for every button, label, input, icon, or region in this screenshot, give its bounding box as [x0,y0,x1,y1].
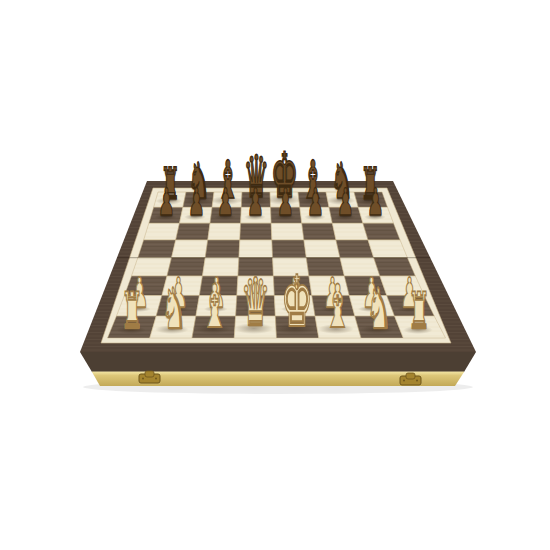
square-h8 [354,192,387,207]
square-a7 [149,207,183,223]
square-c6 [208,223,241,240]
square-b1 [150,316,196,338]
square-g3 [344,276,386,295]
square-f3 [309,276,349,295]
square-b5 [172,240,208,258]
square-a4 [131,258,171,276]
chess-set-photo: ♜♞♝♛♚♝♞♜♟♟♟♟♟♟♟♟♟♟♟♟♟♟♟♟♜♞♝♛♚♝♞♜ [0,0,550,550]
square-a6 [144,223,180,240]
square-c5 [205,240,240,258]
square-b6 [176,223,210,240]
square-e6 [271,223,304,240]
square-g8 [326,192,358,207]
square-e4 [273,258,309,276]
square-e3 [273,276,311,295]
square-h5 [368,240,407,258]
square-d5 [239,240,273,258]
chess-board [0,0,550,550]
square-d6 [240,223,272,240]
square-f7 [300,207,333,223]
square-b2 [156,295,199,316]
square-f2 [312,295,355,316]
square-c8 [212,192,242,207]
square-d2 [236,295,276,316]
square-e1 [275,316,318,338]
square-a5 [138,240,176,258]
square-h6 [363,223,400,240]
square-f1 [315,316,361,338]
square-e2 [274,295,315,316]
square-d1 [234,316,276,338]
square-b7 [179,207,212,223]
square-a3 [124,276,167,295]
square-c7 [210,207,241,223]
square-c3 [199,276,238,295]
square-c2 [196,295,237,316]
square-d3 [237,276,274,295]
square-d8 [241,192,270,207]
square-d4 [238,258,273,276]
square-f5 [304,240,340,258]
square-c1 [192,316,236,338]
square-b8 [183,192,214,207]
square-a2 [116,295,161,316]
square-f6 [302,223,336,240]
front-edge-walnut [80,352,476,372]
square-b3 [162,276,203,295]
square-g7 [329,207,363,223]
square-d7 [241,207,272,223]
square-f8 [298,192,329,207]
square-g4 [340,258,380,276]
square-a8 [154,192,186,207]
square-e8 [270,192,300,207]
square-c4 [202,258,238,276]
square-e7 [271,207,302,223]
square-g5 [336,240,374,258]
square-e5 [272,240,306,258]
square-b4 [167,258,205,276]
square-f4 [306,258,344,276]
square-h7 [358,207,393,223]
square-g6 [332,223,368,240]
